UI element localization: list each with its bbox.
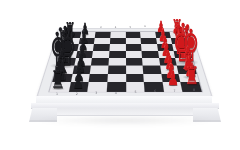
pieces-layer: ♜♟♟♜♞♟♟♞♝♟♟♝♛♟♟♛♚♟♟♚♝♟♟♝♞♟♟♞♜♟♟♜: [0, 0, 240, 150]
chess-set-photo: 12345678 12345678 ♜♟♟♜♞♟♟♞♝♟♟♝♛♟♟♛♚♟♟♚♝♟…: [0, 0, 240, 150]
piece-black-rook: ♜: [51, 68, 65, 92]
piece-red-pawn: ♟: [167, 69, 179, 89]
piece-black-pawn: ♟: [72, 72, 84, 92]
piece-red-rook: ♜: [185, 64, 199, 88]
